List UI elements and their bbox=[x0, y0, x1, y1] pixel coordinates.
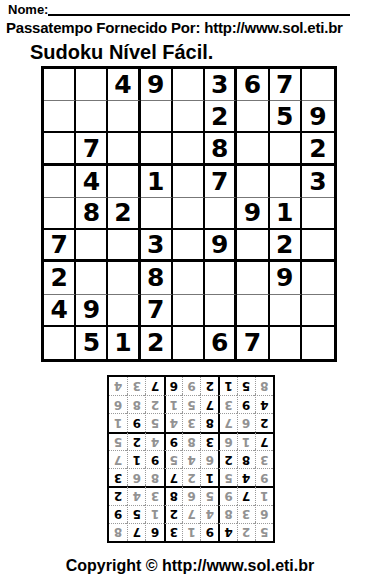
sudoku-cell bbox=[237, 262, 269, 294]
sudoku-cell: 2 bbox=[205, 101, 237, 133]
solution-cell: 3 bbox=[255, 450, 273, 468]
name-underline bbox=[48, 2, 350, 16]
sudoku-cell: 6 bbox=[237, 69, 269, 101]
solution-cell: 9 bbox=[145, 450, 163, 468]
sudoku-cell bbox=[108, 101, 140, 133]
solution-cell: 7 bbox=[109, 450, 127, 468]
solution-cell: 2 bbox=[218, 450, 236, 468]
solution-cell: 9 bbox=[218, 486, 236, 504]
sudoku-cell bbox=[237, 101, 269, 133]
solution-cell: 2 bbox=[200, 377, 218, 395]
solution-cell: 1 bbox=[127, 450, 145, 468]
name-row: Nome: bbox=[8, 2, 350, 17]
solution-cell: 8 bbox=[109, 523, 127, 541]
solution-cell: 7 bbox=[164, 468, 182, 486]
solution-cell: 6 bbox=[127, 468, 145, 486]
solution-cell: 8 bbox=[200, 413, 218, 431]
solution-cell: 4 bbox=[127, 486, 145, 504]
sudoku-cell bbox=[76, 101, 108, 133]
sudoku-cell bbox=[237, 295, 269, 327]
solution-cell: 9 bbox=[237, 395, 255, 413]
solution-cell: 8 bbox=[145, 468, 163, 486]
solution-cell: 6 bbox=[109, 395, 127, 413]
sudoku-cell: 2 bbox=[141, 327, 173, 359]
sudoku-cell: 2 bbox=[108, 198, 140, 230]
solution-cell: 4 bbox=[255, 395, 273, 413]
sudoku-cell: 8 bbox=[76, 198, 108, 230]
sudoku-cell bbox=[173, 198, 205, 230]
solution-cell: 8 bbox=[127, 395, 145, 413]
solution-cell: 2 bbox=[109, 486, 127, 504]
solution-cell: 2 bbox=[255, 413, 273, 431]
sudoku-cell bbox=[302, 262, 334, 294]
solution-cell: 8 bbox=[237, 450, 255, 468]
solution-cell: 1 bbox=[164, 395, 182, 413]
solution-cell: 7 bbox=[218, 413, 236, 431]
solution-cell: 9 bbox=[109, 505, 127, 523]
solution-cell: 3 bbox=[182, 413, 200, 431]
sudoku-cell bbox=[173, 166, 205, 198]
solution-cell: 3 bbox=[218, 395, 236, 413]
sudoku-cell bbox=[173, 327, 205, 359]
sudoku-cell bbox=[44, 69, 76, 101]
solution-cell: 4 bbox=[218, 523, 236, 541]
sudoku-cell bbox=[44, 101, 76, 133]
sudoku-cell bbox=[108, 133, 140, 165]
sudoku-cell: 2 bbox=[270, 230, 302, 262]
sudoku-cell bbox=[237, 230, 269, 262]
solution-cell: 3 bbox=[127, 377, 145, 395]
sudoku-cell bbox=[108, 166, 140, 198]
sudoku-cell: 7 bbox=[205, 166, 237, 198]
sudoku-cell bbox=[270, 133, 302, 165]
sudoku-cell bbox=[270, 327, 302, 359]
sudoku-cell: 8 bbox=[141, 262, 173, 294]
solution-cell: 8 bbox=[182, 432, 200, 450]
sudoku-cell: 1 bbox=[108, 327, 140, 359]
solution-cell: 5 bbox=[237, 377, 255, 395]
solution-cell: 4 bbox=[182, 450, 200, 468]
sudoku-cell: 3 bbox=[302, 166, 334, 198]
solution-cell: 2 bbox=[164, 505, 182, 523]
sudoku-cell: 5 bbox=[270, 101, 302, 133]
provider-text: Passatempo Fornecido Por: http://www.sol… bbox=[6, 19, 343, 36]
solution-cell: 3 bbox=[164, 523, 182, 541]
sudoku-cell: 4 bbox=[108, 69, 140, 101]
sudoku-cell bbox=[173, 295, 205, 327]
sudoku-cell bbox=[205, 198, 237, 230]
solution-cell: 6 bbox=[145, 523, 163, 541]
sudoku-cell bbox=[205, 262, 237, 294]
solution-cell: 6 bbox=[237, 413, 255, 431]
solution-cell: 5 bbox=[218, 468, 236, 486]
sudoku-cell bbox=[44, 327, 76, 359]
solution-cell: 3 bbox=[237, 505, 255, 523]
solution-cell: 4 bbox=[109, 377, 127, 395]
solution-cell: 2 bbox=[237, 523, 255, 541]
copyright-text: Copyright © http://www.sol.eti.br bbox=[0, 557, 380, 575]
sudoku-cell bbox=[302, 230, 334, 262]
sudoku-cell: 1 bbox=[141, 166, 173, 198]
sudoku-cell: 8 bbox=[205, 133, 237, 165]
solution-cell: 3 bbox=[200, 432, 218, 450]
sudoku-cell bbox=[302, 198, 334, 230]
solution-cell: 5 bbox=[255, 523, 273, 541]
sudoku-cell bbox=[141, 101, 173, 133]
solution-cell: 4 bbox=[200, 505, 218, 523]
solution-cell: 9 bbox=[200, 523, 218, 541]
sudoku-cell bbox=[141, 133, 173, 165]
sudoku-cell: 4 bbox=[44, 295, 76, 327]
sudoku-cell bbox=[270, 295, 302, 327]
sudoku-cell bbox=[44, 166, 76, 198]
sudoku-cell: 9 bbox=[237, 198, 269, 230]
sudoku-cell bbox=[44, 198, 76, 230]
sudoku-cell bbox=[270, 166, 302, 198]
sudoku-cell: 9 bbox=[76, 295, 108, 327]
solution-cell: 8 bbox=[255, 377, 273, 395]
sudoku-cell: 4 bbox=[76, 166, 108, 198]
name-label: Nome: bbox=[8, 2, 48, 17]
solution-cell: 4 bbox=[237, 468, 255, 486]
sudoku-cell: 6 bbox=[205, 327, 237, 359]
solution-cell: 5 bbox=[164, 450, 182, 468]
solution-cell: 2 bbox=[145, 395, 163, 413]
solution-cell: 9 bbox=[255, 468, 273, 486]
sudoku-cell bbox=[237, 133, 269, 165]
sudoku-cell: 2 bbox=[302, 133, 334, 165]
solution-cell: 1 bbox=[218, 377, 236, 395]
sudoku-cell: 7 bbox=[237, 327, 269, 359]
sudoku-cell bbox=[173, 69, 205, 101]
solution-cell: 5 bbox=[127, 505, 145, 523]
sudoku-cell bbox=[76, 262, 108, 294]
solution-cell: 3 bbox=[145, 486, 163, 504]
sudoku-cell bbox=[302, 69, 334, 101]
solution-cell: 7 bbox=[237, 486, 255, 504]
solution-cell: 8 bbox=[218, 505, 236, 523]
solution-cell: 7 bbox=[200, 395, 218, 413]
sudoku-cell: 9 bbox=[205, 230, 237, 262]
sudoku-cell bbox=[108, 230, 140, 262]
solution-cell: 9 bbox=[127, 413, 145, 431]
solution-cell: 9 bbox=[164, 432, 182, 450]
solution-cell: 7 bbox=[145, 377, 163, 395]
sudoku-cell: 5 bbox=[76, 327, 108, 359]
sudoku-cell: 9 bbox=[302, 101, 334, 133]
solution-cell: 6 bbox=[200, 450, 218, 468]
sudoku-cell: 2 bbox=[44, 262, 76, 294]
solution-cell: 6 bbox=[218, 432, 236, 450]
solution-cell: 1 bbox=[182, 523, 200, 541]
sudoku-cell: 7 bbox=[270, 69, 302, 101]
solution-cell: 6 bbox=[164, 377, 182, 395]
solution-cell: 5 bbox=[182, 395, 200, 413]
solution-cell: 1 bbox=[145, 505, 163, 523]
page-title: Sudoku Nível Fácil. bbox=[30, 41, 213, 64]
sudoku-cell bbox=[173, 262, 205, 294]
sudoku-cell bbox=[173, 230, 205, 262]
sudoku-cell bbox=[76, 69, 108, 101]
solution-cell: 5 bbox=[109, 432, 127, 450]
solution-cell: 1 bbox=[237, 432, 255, 450]
solution-cell: 5 bbox=[145, 413, 163, 431]
solution-cell: 9 bbox=[182, 377, 200, 395]
solution-cell: 6 bbox=[182, 486, 200, 504]
sudoku-cell bbox=[76, 230, 108, 262]
sudoku-cell bbox=[237, 166, 269, 198]
sudoku-cell bbox=[108, 262, 140, 294]
sudoku-cell: 3 bbox=[141, 230, 173, 262]
solution-cell: 7 bbox=[127, 523, 145, 541]
sudoku-cell: 9 bbox=[270, 262, 302, 294]
solution-cell: 1 bbox=[255, 486, 273, 504]
sudoku-cell bbox=[173, 133, 205, 165]
sudoku-cell: 7 bbox=[76, 133, 108, 165]
solution-cell: 6 bbox=[255, 505, 273, 523]
sudoku-cell bbox=[302, 327, 334, 359]
sudoku-cell: 9 bbox=[141, 69, 173, 101]
sudoku-cell: 7 bbox=[141, 295, 173, 327]
solution-cell: 4 bbox=[164, 413, 182, 431]
solution-cell: 3 bbox=[109, 468, 127, 486]
solution-cell: 2 bbox=[182, 468, 200, 486]
solution-grid: 5249136786384721591795683429451278633826… bbox=[107, 375, 275, 543]
solution-cell: 4 bbox=[145, 432, 163, 450]
sudoku-cell bbox=[205, 295, 237, 327]
solution-cell: 7 bbox=[255, 432, 273, 450]
sudoku-cell bbox=[141, 198, 173, 230]
solution-cell: 5 bbox=[200, 486, 218, 504]
sudoku-grid: 4936725978241738291739228949751267 bbox=[41, 66, 337, 362]
sudoku-cell bbox=[108, 295, 140, 327]
sudoku-cell: 1 bbox=[270, 198, 302, 230]
sudoku-cell: 3 bbox=[205, 69, 237, 101]
solution-cell: 1 bbox=[109, 413, 127, 431]
solution-cell: 1 bbox=[200, 468, 218, 486]
sudoku-cell: 7 bbox=[44, 230, 76, 262]
sudoku-cell bbox=[302, 295, 334, 327]
solution-cell: 7 bbox=[182, 505, 200, 523]
solution-cell: 8 bbox=[164, 486, 182, 504]
sudoku-cell bbox=[44, 133, 76, 165]
solution-cell: 2 bbox=[127, 432, 145, 450]
sudoku-cell bbox=[173, 101, 205, 133]
